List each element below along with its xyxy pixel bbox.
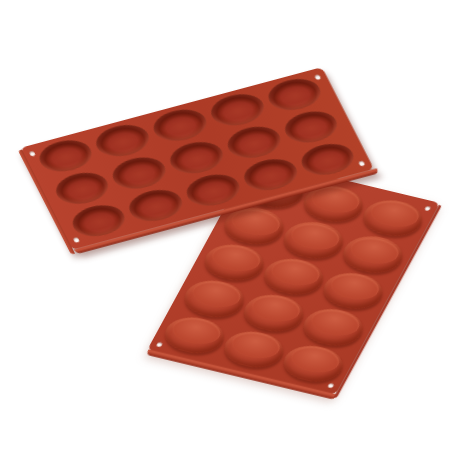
product-photo-scene: [0, 0, 470, 470]
